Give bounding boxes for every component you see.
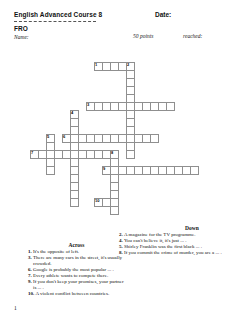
clue-number: 10 bbox=[95, 199, 99, 203]
reached-label: reached: bbox=[183, 33, 202, 39]
crossword-cell[interactable] bbox=[166, 102, 175, 111]
crossword-cell[interactable] bbox=[110, 206, 119, 215]
clue-number: 4 bbox=[71, 111, 73, 115]
across-heading: Across bbox=[28, 242, 125, 248]
clue-number: 3 bbox=[87, 103, 89, 107]
crossword-cell[interactable] bbox=[126, 150, 135, 159]
section-code: FRO bbox=[14, 25, 28, 32]
clue-line: 9. If you don't keep your promises, your… bbox=[28, 279, 125, 291]
clue-line: 10. A violent conflict between countries… bbox=[28, 291, 125, 297]
down-clues-section: Down 2. A magazine for the TV programme.… bbox=[119, 225, 225, 256]
crossword-cell[interactable] bbox=[150, 134, 159, 143]
crossword-cell[interactable] bbox=[70, 198, 79, 207]
crossword-cell[interactable] bbox=[190, 166, 199, 175]
clue-number: 6 bbox=[63, 135, 65, 139]
clue-number: 5 bbox=[47, 135, 49, 139]
clue-line: 3. There are many cars in the street, it… bbox=[28, 255, 125, 267]
page-number: 1 bbox=[14, 305, 17, 311]
across-clues-section: Across 1. It's the opposite of left.3. T… bbox=[28, 242, 125, 297]
crossword-grid[interactable]: 12345678910 bbox=[30, 62, 200, 216]
header-rule bbox=[14, 21, 96, 22]
name-label: Name: bbox=[14, 34, 29, 40]
clue-number: 9 bbox=[103, 167, 105, 171]
down-clue-list: 2. A magazine for the TV programme.4. Yo… bbox=[119, 232, 225, 256]
clue-number: 1 bbox=[95, 63, 97, 67]
clue-number: 2 bbox=[127, 63, 129, 67]
worksheet-page: English Advanced Course 8 Date: FRO Name… bbox=[0, 0, 228, 323]
clue-number: 7 bbox=[31, 151, 33, 155]
clue-number: 8 bbox=[111, 151, 113, 155]
down-heading: Down bbox=[119, 225, 225, 231]
course-title: English Advanced Course 8 bbox=[14, 11, 102, 18]
date-label: Date: bbox=[155, 11, 171, 18]
clue-line: 8. If you commit the crime of murder, yo… bbox=[119, 250, 225, 256]
points-label: 50 points bbox=[133, 33, 153, 39]
crossword-cell[interactable] bbox=[46, 166, 55, 175]
across-clue-list: 1. It's the opposite of left.3. There ar… bbox=[28, 249, 125, 297]
